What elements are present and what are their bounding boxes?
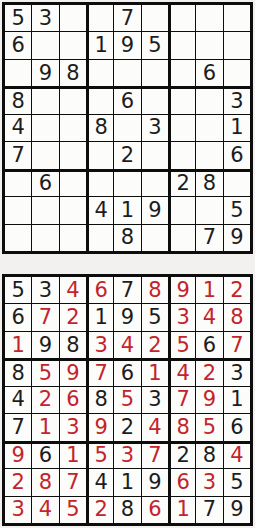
cell-solution-r1c9: 2 <box>224 277 250 303</box>
cell-puzzle-r3c2: 9 <box>32 60 58 86</box>
cell-puzzle-r9c3 <box>60 225 86 251</box>
cell-puzzle-r6c8 <box>196 142 222 168</box>
cell-solution-r8c9: 5 <box>224 469 250 495</box>
cell-puzzle-r8c3 <box>60 197 86 223</box>
cell-puzzle-r9c1 <box>5 225 31 251</box>
cell-puzzle-r7c9 <box>224 172 250 196</box>
cell-puzzle-r6c6 <box>142 142 168 168</box>
cell-solution-r4c9: 3 <box>224 361 250 385</box>
cell-puzzle-r9c7 <box>171 225 195 251</box>
cell-puzzle-r8c2 <box>32 197 58 223</box>
cell-puzzle-r6c3 <box>60 142 86 168</box>
cell-puzzle-r5c9: 1 <box>224 115 250 141</box>
cell-solution-r7c7: 2 <box>171 444 195 468</box>
cell-solution-r3c6: 2 <box>142 332 168 358</box>
cell-puzzle-r5c5 <box>114 115 140 141</box>
cell-puzzle-r6c7 <box>171 142 195 168</box>
cell-puzzle-r7c8: 8 <box>196 172 222 196</box>
cell-solution-r8c3: 7 <box>60 469 86 495</box>
cell-puzzle-r7c4 <box>89 172 113 196</box>
cell-solution-r9c1: 3 <box>5 497 31 523</box>
cell-solution-r1c8: 1 <box>196 277 222 303</box>
cell-solution-r5c8: 9 <box>196 387 222 413</box>
cell-solution-r8c4: 4 <box>89 469 113 495</box>
cell-solution-r5c6: 3 <box>142 387 168 413</box>
cell-solution-r2c4: 1 <box>89 304 113 330</box>
cell-solution-r6c9: 6 <box>224 414 250 440</box>
cell-puzzle-r9c5: 8 <box>114 225 140 251</box>
cell-puzzle-r4c9: 3 <box>224 89 250 113</box>
cell-puzzle-r2c9 <box>224 32 250 58</box>
cell-solution-r8c5: 1 <box>114 469 140 495</box>
cell-puzzle-r3c9 <box>224 60 250 86</box>
cell-solution-r4c1: 8 <box>5 361 31 385</box>
cell-solution-r9c2: 4 <box>32 497 58 523</box>
cell-puzzle-r9c6 <box>142 225 168 251</box>
cell-solution-r1c3: 4 <box>60 277 86 303</box>
cell-solution-r6c6: 4 <box>142 414 168 440</box>
cell-puzzle-r3c7 <box>171 60 195 86</box>
cell-puzzle-r6c4 <box>89 142 113 168</box>
cell-solution-r2c2: 7 <box>32 304 58 330</box>
cell-solution-r1c5: 7 <box>114 277 140 303</box>
sudoku-board-puzzle: 537619598686348317266284195879 <box>2 2 253 254</box>
cell-solution-r4c2: 5 <box>32 361 58 385</box>
cell-puzzle-r1c9 <box>224 5 250 31</box>
cell-puzzle-r9c8: 7 <box>196 225 222 251</box>
cell-puzzle-r2c8 <box>196 32 222 58</box>
cell-solution-r6c2: 1 <box>32 414 58 440</box>
cell-puzzle-r3c3: 8 <box>60 60 86 86</box>
cell-solution-r1c1: 5 <box>5 277 31 303</box>
cell-solution-r7c2: 6 <box>32 444 58 468</box>
cell-solution-r9c5: 8 <box>114 497 140 523</box>
cell-puzzle-r4c8 <box>196 89 222 113</box>
cell-solution-r2c9: 8 <box>224 304 250 330</box>
cell-puzzle-r3c5 <box>114 60 140 86</box>
cell-solution-r7c1: 9 <box>5 444 31 468</box>
cell-solution-r1c4: 6 <box>89 277 113 303</box>
cell-solution-r8c1: 2 <box>5 469 31 495</box>
cell-puzzle-r3c4 <box>89 60 113 86</box>
cell-puzzle-r4c1: 8 <box>5 89 31 113</box>
cell-solution-r3c5: 4 <box>114 332 140 358</box>
cell-solution-r7c6: 7 <box>142 444 168 468</box>
cell-solution-r4c7: 4 <box>171 361 195 385</box>
cell-solution-r5c4: 8 <box>89 387 113 413</box>
cell-puzzle-r4c3 <box>60 89 86 113</box>
cell-puzzle-r6c2 <box>32 142 58 168</box>
cell-solution-r1c6: 8 <box>142 277 168 303</box>
cell-puzzle-r6c1: 7 <box>5 142 31 168</box>
cell-puzzle-r8c6: 9 <box>142 197 168 223</box>
cell-solution-r7c8: 8 <box>196 444 222 468</box>
cell-solution-r5c5: 5 <box>114 387 140 413</box>
cell-solution-r4c8: 2 <box>196 361 222 385</box>
cell-puzzle-r9c9: 9 <box>224 225 250 251</box>
cell-solution-r8c6: 9 <box>142 469 168 495</box>
cell-solution-r3c8: 6 <box>196 332 222 358</box>
cell-puzzle-r3c1 <box>5 60 31 86</box>
cell-solution-r3c2: 9 <box>32 332 58 358</box>
cell-puzzle-r4c2 <box>32 89 58 113</box>
cell-puzzle-r1c3 <box>60 5 86 31</box>
cell-solution-r3c7: 5 <box>171 332 195 358</box>
cell-solution-r2c7: 3 <box>171 304 195 330</box>
cell-solution-r2c8: 4 <box>196 304 222 330</box>
cell-puzzle-r5c7 <box>171 115 195 141</box>
cell-puzzle-r3c6 <box>142 60 168 86</box>
cell-puzzle-r5c4: 8 <box>89 115 113 141</box>
cell-puzzle-r1c5: 7 <box>114 5 140 31</box>
cell-solution-r1c7: 9 <box>171 277 195 303</box>
cell-solution-r5c9: 1 <box>224 387 250 413</box>
cell-puzzle-r1c4 <box>89 5 113 31</box>
cell-solution-r5c1: 4 <box>5 387 31 413</box>
cell-puzzle-r9c4 <box>89 225 113 251</box>
cell-solution-r7c5: 3 <box>114 444 140 468</box>
cell-puzzle-r8c7 <box>171 197 195 223</box>
cell-solution-r3c4: 3 <box>89 332 113 358</box>
cell-solution-r9c3: 5 <box>60 497 86 523</box>
cell-solution-r9c6: 6 <box>142 497 168 523</box>
cell-puzzle-r8c9: 5 <box>224 197 250 223</box>
cell-puzzle-r1c6 <box>142 5 168 31</box>
cell-solution-r3c1: 1 <box>5 332 31 358</box>
cell-puzzle-r7c7: 2 <box>171 172 195 196</box>
cell-puzzle-r7c6 <box>142 172 168 196</box>
cell-solution-r5c3: 6 <box>60 387 86 413</box>
cell-puzzle-r5c8 <box>196 115 222 141</box>
cell-solution-r6c5: 2 <box>114 414 140 440</box>
cell-puzzle-r7c1 <box>5 172 31 196</box>
cell-puzzle-r4c4 <box>89 89 113 113</box>
cell-solution-r9c7: 1 <box>171 497 195 523</box>
cell-puzzle-r2c6: 5 <box>142 32 168 58</box>
cell-solution-r7c9: 4 <box>224 444 250 468</box>
cell-puzzle-r2c1: 6 <box>5 32 31 58</box>
cell-puzzle-r7c2: 6 <box>32 172 58 196</box>
cell-solution-r5c7: 7 <box>171 387 195 413</box>
cell-puzzle-r1c7 <box>171 5 195 31</box>
cell-puzzle-r2c3 <box>60 32 86 58</box>
cell-puzzle-r4c7 <box>171 89 195 113</box>
cell-puzzle-r2c2 <box>32 32 58 58</box>
cell-puzzle-r8c4: 4 <box>89 197 113 223</box>
cell-solution-r1c2: 3 <box>32 277 58 303</box>
cell-puzzle-r5c6: 3 <box>142 115 168 141</box>
cell-solution-r9c8: 7 <box>196 497 222 523</box>
cell-solution-r7c4: 5 <box>89 444 113 468</box>
cell-puzzle-r4c5: 6 <box>114 89 140 113</box>
cell-puzzle-r2c4: 1 <box>89 32 113 58</box>
cell-puzzle-r2c7 <box>171 32 195 58</box>
cell-solution-r8c8: 3 <box>196 469 222 495</box>
cell-solution-r4c3: 9 <box>60 361 86 385</box>
cell-solution-r9c9: 9 <box>224 497 250 523</box>
cell-puzzle-r4c6 <box>142 89 168 113</box>
cell-puzzle-r7c5 <box>114 172 140 196</box>
sudoku-board-solution: 5346789126721953481983425678597614234268… <box>2 274 253 526</box>
cell-puzzle-r6c5: 2 <box>114 142 140 168</box>
cell-puzzle-r1c2: 3 <box>32 5 58 31</box>
cell-solution-r6c3: 3 <box>60 414 86 440</box>
cell-puzzle-r7c3 <box>60 172 86 196</box>
cell-solution-r8c7: 6 <box>171 469 195 495</box>
cell-puzzle-r8c8 <box>196 197 222 223</box>
cell-solution-r6c4: 9 <box>89 414 113 440</box>
cell-solution-r6c7: 8 <box>171 414 195 440</box>
cell-puzzle-r5c1: 4 <box>5 115 31 141</box>
cell-puzzle-r3c8: 6 <box>196 60 222 86</box>
cell-solution-r4c5: 6 <box>114 361 140 385</box>
cell-solution-r7c3: 1 <box>60 444 86 468</box>
cell-puzzle-r2c5: 9 <box>114 32 140 58</box>
cell-puzzle-r6c9: 6 <box>224 142 250 168</box>
cell-puzzle-r5c2 <box>32 115 58 141</box>
cell-solution-r3c9: 7 <box>224 332 250 358</box>
cell-puzzle-r8c1 <box>5 197 31 223</box>
cell-solution-r6c1: 7 <box>5 414 31 440</box>
cell-solution-r5c2: 2 <box>32 387 58 413</box>
cell-puzzle-r1c1: 5 <box>5 5 31 31</box>
cell-puzzle-r5c3 <box>60 115 86 141</box>
cell-solution-r4c4: 7 <box>89 361 113 385</box>
cell-solution-r2c3: 2 <box>60 304 86 330</box>
cell-solution-r2c5: 9 <box>114 304 140 330</box>
cell-solution-r8c2: 8 <box>32 469 58 495</box>
cell-solution-r4c6: 1 <box>142 361 168 385</box>
cell-solution-r6c8: 5 <box>196 414 222 440</box>
cell-puzzle-r8c5: 1 <box>114 197 140 223</box>
cell-solution-r2c1: 6 <box>5 304 31 330</box>
cell-puzzle-r9c2 <box>32 225 58 251</box>
cell-solution-r3c3: 8 <box>60 332 86 358</box>
cell-solution-r9c4: 2 <box>89 497 113 523</box>
cell-puzzle-r1c8 <box>196 5 222 31</box>
cell-solution-r2c6: 5 <box>142 304 168 330</box>
